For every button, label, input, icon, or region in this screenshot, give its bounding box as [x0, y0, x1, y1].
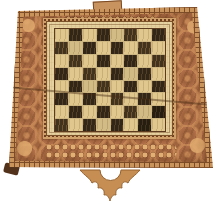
- board-square[interactable]: [138, 42, 151, 54]
- board-square[interactable]: [69, 42, 82, 54]
- board-square[interactable]: [69, 68, 82, 80]
- board-square[interactable]: [124, 29, 137, 41]
- board-square[interactable]: [83, 42, 96, 54]
- board-square[interactable]: [152, 68, 165, 80]
- board-panel: [46, 21, 173, 136]
- board-square[interactable]: [124, 55, 137, 67]
- board-square[interactable]: [83, 55, 96, 67]
- board-square[interactable]: [124, 106, 137, 118]
- board-square[interactable]: [97, 55, 110, 67]
- chess-board[interactable]: [54, 28, 166, 132]
- board-square[interactable]: [152, 106, 165, 118]
- board-square[interactable]: [55, 42, 68, 54]
- photo-background: [0, 0, 220, 204]
- board-square[interactable]: [152, 42, 165, 54]
- board-square[interactable]: [111, 119, 124, 131]
- board-square[interactable]: [138, 29, 151, 41]
- board-square[interactable]: [152, 119, 165, 131]
- board-square[interactable]: [97, 42, 110, 54]
- board-square[interactable]: [124, 42, 137, 54]
- board-square[interactable]: [111, 55, 124, 67]
- board-square[interactable]: [97, 106, 110, 118]
- board-square[interactable]: [83, 119, 96, 131]
- board-square[interactable]: [55, 119, 68, 131]
- handle-shape: [80, 170, 140, 201]
- board-square[interactable]: [124, 68, 137, 80]
- board-square[interactable]: [83, 81, 96, 93]
- board-square[interactable]: [138, 68, 151, 80]
- board-square[interactable]: [138, 55, 151, 67]
- board-square[interactable]: [97, 81, 110, 93]
- carved-handle: [78, 169, 142, 203]
- board-square[interactable]: [55, 29, 68, 41]
- board-square[interactable]: [152, 55, 165, 67]
- board-square[interactable]: [83, 68, 96, 80]
- board-square[interactable]: [55, 68, 68, 80]
- board-square[interactable]: [83, 106, 96, 118]
- board-square[interactable]: [83, 29, 96, 41]
- board-square[interactable]: [124, 119, 137, 131]
- board-square[interactable]: [111, 81, 124, 93]
- board-square[interactable]: [111, 106, 124, 118]
- board-square[interactable]: [69, 93, 82, 105]
- board-square[interactable]: [69, 106, 82, 118]
- board-square[interactable]: [152, 81, 165, 93]
- board-square[interactable]: [152, 29, 165, 41]
- board-square[interactable]: [111, 42, 124, 54]
- board-square[interactable]: [97, 29, 110, 41]
- board-square[interactable]: [111, 68, 124, 80]
- board-square[interactable]: [69, 29, 82, 41]
- carved-tabletop: [9, 6, 213, 168]
- board-square[interactable]: [138, 106, 151, 118]
- board-square[interactable]: [55, 93, 68, 105]
- board-square[interactable]: [138, 119, 151, 131]
- board-square[interactable]: [97, 119, 110, 131]
- board-square[interactable]: [55, 106, 68, 118]
- board-square[interactable]: [69, 55, 82, 67]
- board-square[interactable]: [138, 81, 151, 93]
- board-square[interactable]: [124, 81, 137, 93]
- board-square[interactable]: [97, 68, 110, 80]
- board-square[interactable]: [69, 119, 82, 131]
- board-square[interactable]: [55, 55, 68, 67]
- board-square[interactable]: [111, 29, 124, 41]
- beaded-border: [43, 18, 176, 139]
